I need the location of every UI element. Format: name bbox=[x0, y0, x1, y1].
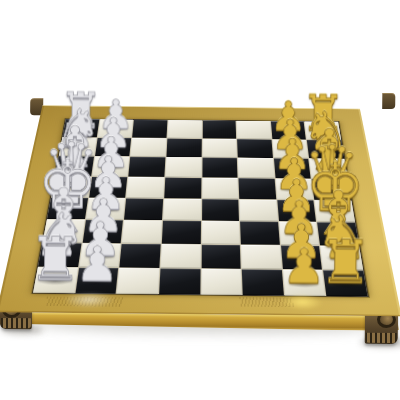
silver-piece-reflection bbox=[63, 292, 114, 308]
square-h5 bbox=[201, 269, 242, 295]
square-c5 bbox=[202, 158, 238, 178]
brass-frame-surface: ♜♟♟♜♞♟♟♞♝♟♟♝♛♟♟♛♚♟♟♚♝♟♟♝♞♟♟♞♜♟♟♜ bbox=[0, 105, 400, 316]
gold-piece-reflection bbox=[282, 294, 324, 310]
board-group: ♜♟♟♜♞♟♟♞♝♟♟♝♛♟♟♛♚♟♟♚♝♟♟♝♞♟♟♞♜♟♟♜ bbox=[0, 0, 400, 400]
square-h4 bbox=[159, 269, 200, 295]
square-e5 bbox=[202, 199, 240, 221]
square-b5 bbox=[202, 139, 237, 158]
square-a5 bbox=[202, 120, 236, 138]
square-f4 bbox=[162, 221, 201, 244]
square-b4 bbox=[166, 138, 201, 157]
square-d5 bbox=[202, 178, 239, 199]
chess-piece-glyph: ♟ bbox=[265, 242, 342, 291]
square-c4 bbox=[165, 157, 201, 177]
square-g4 bbox=[160, 244, 200, 268]
piece-gold-pawn: ♟ bbox=[265, 242, 342, 283]
checkerboard: ♜♟♟♜♞♟♟♞♝♟♟♝♛♟♟♛♚♟♟♚♝♟♟♝♞♟♟♞♜♟♟♜ bbox=[32, 119, 369, 298]
square-h2: ♟ bbox=[75, 268, 118, 294]
square-g5 bbox=[201, 244, 241, 268]
square-d4 bbox=[164, 177, 201, 198]
far-right-corner-foot bbox=[382, 93, 395, 109]
chess-board: ♜♟♟♜♞♟♟♞♝♟♟♝♛♟♟♛♚♟♟♚♝♟♟♝♞♟♟♞♜♟♟♜ bbox=[0, 105, 400, 316]
square-e4 bbox=[163, 198, 201, 220]
square-f5 bbox=[201, 221, 240, 244]
piece-silver-pawn: ♟ bbox=[59, 240, 136, 281]
chess-set-photo: ♜♟♟♜♞♟♟♞♝♟♟♝♛♟♟♛♚♟♟♚♝♟♟♝♞♟♟♞♜♟♟♜ bbox=[0, 0, 400, 400]
square-a4 bbox=[167, 120, 201, 138]
square-h7: ♟ bbox=[283, 270, 326, 296]
